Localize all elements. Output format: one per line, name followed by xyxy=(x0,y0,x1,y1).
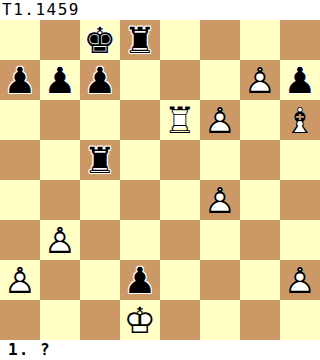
square-e6[interactable]: ♜♖ xyxy=(160,100,200,140)
square-a8[interactable] xyxy=(0,20,40,60)
puzzle-id: T1.1459 xyxy=(0,0,320,20)
square-c4[interactable] xyxy=(80,180,120,220)
square-f3[interactable] xyxy=(200,220,240,260)
square-d8[interactable]: ♜ xyxy=(120,20,160,60)
piece-black-rook-icon: ♜ xyxy=(120,20,160,60)
square-d1[interactable]: ♚♔ xyxy=(120,300,160,340)
piece-white-pawn-fill: ♟ xyxy=(200,180,240,220)
square-f6[interactable]: ♟♙ xyxy=(200,100,240,140)
square-b6[interactable] xyxy=(40,100,80,140)
chess-puzzle-window: T1.1459 ♚♜♟♟♟♟♙♟♜♖♟♙♝♗♜♟♙♟♙♟♙♟♟♙♚♔ 1. ? xyxy=(0,0,320,360)
square-d2[interactable]: ♟ xyxy=(120,260,160,300)
square-e3[interactable] xyxy=(160,220,200,260)
square-b4[interactable] xyxy=(40,180,80,220)
square-h4[interactable] xyxy=(280,180,320,220)
piece-white-pawn-icon: ♙ xyxy=(200,100,240,140)
square-d7[interactable] xyxy=(120,60,160,100)
square-e2[interactable] xyxy=(160,260,200,300)
piece-white-pawn-fill: ♟ xyxy=(40,220,80,260)
piece-black-king-icon: ♚ xyxy=(80,20,120,60)
square-f7[interactable] xyxy=(200,60,240,100)
square-g3[interactable] xyxy=(240,220,280,260)
square-f4[interactable]: ♟♙ xyxy=(200,180,240,220)
piece-white-bishop-fill: ♝ xyxy=(280,100,320,140)
square-c2[interactable] xyxy=(80,260,120,300)
square-f8[interactable] xyxy=(200,20,240,60)
piece-white-pawn-fill: ♟ xyxy=(280,260,320,300)
piece-black-pawn-icon: ♟ xyxy=(280,60,320,100)
piece-white-rook-icon: ♖ xyxy=(160,100,200,140)
square-e5[interactable] xyxy=(160,140,200,180)
piece-white-rook-fill: ♜ xyxy=(160,100,200,140)
square-b3[interactable]: ♟♙ xyxy=(40,220,80,260)
square-d4[interactable] xyxy=(120,180,160,220)
square-d6[interactable] xyxy=(120,100,160,140)
square-g1[interactable] xyxy=(240,300,280,340)
piece-white-pawn-fill: ♟ xyxy=(200,100,240,140)
square-g7[interactable]: ♟♙ xyxy=(240,60,280,100)
piece-white-king-icon: ♔ xyxy=(120,300,160,340)
square-h5[interactable] xyxy=(280,140,320,180)
piece-white-pawn-fill: ♟ xyxy=(240,60,280,100)
piece-white-king-fill: ♚ xyxy=(120,300,160,340)
square-a1[interactable] xyxy=(0,300,40,340)
piece-black-rook-icon: ♜ xyxy=(80,140,120,180)
square-g2[interactable] xyxy=(240,260,280,300)
square-e4[interactable] xyxy=(160,180,200,220)
square-g6[interactable] xyxy=(240,100,280,140)
square-d3[interactable] xyxy=(120,220,160,260)
square-h7[interactable]: ♟ xyxy=(280,60,320,100)
piece-black-pawn-icon: ♟ xyxy=(120,260,160,300)
square-a2[interactable]: ♟♙ xyxy=(0,260,40,300)
square-h6[interactable]: ♝♗ xyxy=(280,100,320,140)
square-a5[interactable] xyxy=(0,140,40,180)
piece-white-pawn-icon: ♙ xyxy=(200,180,240,220)
piece-white-pawn-icon: ♙ xyxy=(280,260,320,300)
square-c7[interactable]: ♟ xyxy=(80,60,120,100)
chess-board: ♚♜♟♟♟♟♙♟♜♖♟♙♝♗♜♟♙♟♙♟♙♟♟♙♚♔ xyxy=(0,20,320,340)
square-h1[interactable] xyxy=(280,300,320,340)
square-e8[interactable] xyxy=(160,20,200,60)
piece-white-pawn-icon: ♙ xyxy=(40,220,80,260)
piece-black-pawn-icon: ♟ xyxy=(40,60,80,100)
square-h3[interactable] xyxy=(280,220,320,260)
square-g4[interactable] xyxy=(240,180,280,220)
square-c1[interactable] xyxy=(80,300,120,340)
move-prompt: 1. ? xyxy=(0,340,320,360)
square-b5[interactable] xyxy=(40,140,80,180)
piece-black-pawn-icon: ♟ xyxy=(80,60,120,100)
square-c5[interactable]: ♜ xyxy=(80,140,120,180)
square-h2[interactable]: ♟♙ xyxy=(280,260,320,300)
piece-white-pawn-icon: ♙ xyxy=(240,60,280,100)
piece-white-pawn-icon: ♙ xyxy=(0,260,40,300)
square-h8[interactable] xyxy=(280,20,320,60)
square-g5[interactable] xyxy=(240,140,280,180)
square-f2[interactable] xyxy=(200,260,240,300)
piece-white-pawn-fill: ♟ xyxy=(0,260,40,300)
square-c3[interactable] xyxy=(80,220,120,260)
square-b2[interactable] xyxy=(40,260,80,300)
square-a6[interactable] xyxy=(0,100,40,140)
square-e1[interactable] xyxy=(160,300,200,340)
piece-black-pawn-icon: ♟ xyxy=(0,60,40,100)
square-a7[interactable]: ♟ xyxy=(0,60,40,100)
square-e7[interactable] xyxy=(160,60,200,100)
square-a3[interactable] xyxy=(0,220,40,260)
square-c8[interactable]: ♚ xyxy=(80,20,120,60)
piece-white-bishop-icon: ♗ xyxy=(280,100,320,140)
square-g8[interactable] xyxy=(240,20,280,60)
square-f1[interactable] xyxy=(200,300,240,340)
square-f5[interactable] xyxy=(200,140,240,180)
square-d5[interactable] xyxy=(120,140,160,180)
square-b7[interactable]: ♟ xyxy=(40,60,80,100)
square-c6[interactable] xyxy=(80,100,120,140)
square-a4[interactable] xyxy=(0,180,40,220)
square-b8[interactable] xyxy=(40,20,80,60)
square-b1[interactable] xyxy=(40,300,80,340)
